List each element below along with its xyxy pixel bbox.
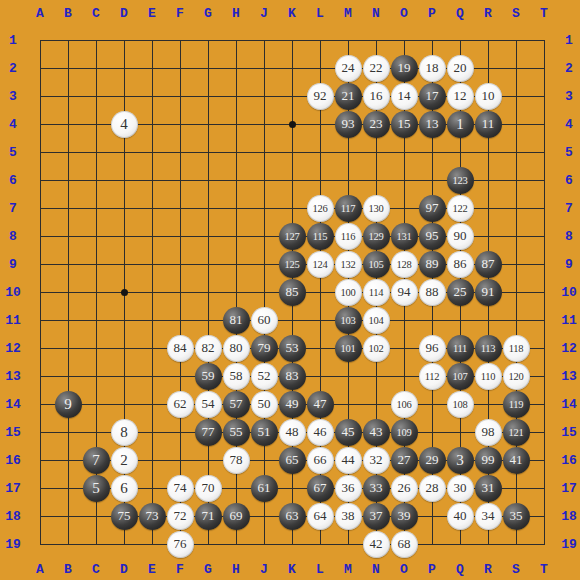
intersection-L8[interactable]: 115 xyxy=(306,222,334,250)
intersection-H8[interactable] xyxy=(222,222,250,250)
intersection-C18[interactable] xyxy=(82,502,110,530)
white-stone-J11[interactable]: 60 xyxy=(251,307,278,334)
intersection-P1[interactable] xyxy=(418,26,446,54)
intersection-G18[interactable]: 71 xyxy=(194,502,222,530)
intersection-E3[interactable] xyxy=(138,82,166,110)
intersection-H6[interactable] xyxy=(222,166,250,194)
black-stone-P7[interactable]: 97 xyxy=(419,195,446,222)
white-stone-O10[interactable]: 94 xyxy=(391,279,418,306)
intersection-L14[interactable]: 47 xyxy=(306,390,334,418)
intersection-H11[interactable]: 81 xyxy=(222,306,250,334)
black-stone-K18[interactable]: 63 xyxy=(279,503,306,530)
white-stone-M10[interactable]: 100 xyxy=(335,279,362,306)
go-board[interactable]: 2422191820922116141712104932315131111231… xyxy=(26,26,558,558)
intersection-E17[interactable] xyxy=(138,474,166,502)
intersection-O13[interactable] xyxy=(390,362,418,390)
intersection-Q11[interactable] xyxy=(446,306,474,334)
intersection-S19[interactable] xyxy=(502,530,530,558)
intersection-F6[interactable] xyxy=(166,166,194,194)
black-stone-N18[interactable]: 37 xyxy=(363,503,390,530)
intersection-A16[interactable] xyxy=(26,446,54,474)
intersection-N1[interactable] xyxy=(362,26,390,54)
intersection-B14[interactable]: 9 xyxy=(54,390,82,418)
intersection-K6[interactable] xyxy=(278,166,306,194)
intersection-L11[interactable] xyxy=(306,306,334,334)
black-stone-K9[interactable]: 125 xyxy=(279,251,306,278)
intersection-P14[interactable] xyxy=(418,390,446,418)
black-stone-N17[interactable]: 33 xyxy=(363,475,390,502)
intersection-A2[interactable] xyxy=(26,54,54,82)
white-stone-N7[interactable]: 130 xyxy=(363,195,390,222)
intersection-D14[interactable] xyxy=(110,390,138,418)
black-stone-G15[interactable]: 77 xyxy=(195,419,222,446)
intersection-O4[interactable]: 15 xyxy=(390,110,418,138)
black-stone-H14[interactable]: 57 xyxy=(223,391,250,418)
intersection-R17[interactable]: 31 xyxy=(474,474,502,502)
intersection-A19[interactable] xyxy=(26,530,54,558)
intersection-Q4[interactable]: 1 xyxy=(446,110,474,138)
intersection-K16[interactable]: 65 xyxy=(278,446,306,474)
intersection-C6[interactable] xyxy=(82,166,110,194)
intersection-T14[interactable] xyxy=(530,390,558,418)
intersection-C2[interactable] xyxy=(82,54,110,82)
intersection-N13[interactable] xyxy=(362,362,390,390)
intersection-P10[interactable]: 88 xyxy=(418,278,446,306)
white-stone-O17[interactable]: 26 xyxy=(391,475,418,502)
intersection-E10[interactable] xyxy=(138,278,166,306)
white-stone-R15[interactable]: 98 xyxy=(475,419,502,446)
black-stone-L8[interactable]: 115 xyxy=(307,223,334,250)
black-stone-N4[interactable]: 23 xyxy=(363,111,390,138)
intersection-K1[interactable] xyxy=(278,26,306,54)
black-stone-Q4[interactable]: 1 xyxy=(447,111,474,138)
black-stone-H18[interactable]: 69 xyxy=(223,503,250,530)
intersection-O7[interactable] xyxy=(390,194,418,222)
white-stone-L16[interactable]: 66 xyxy=(307,447,334,474)
intersection-S3[interactable] xyxy=(502,82,530,110)
white-stone-L9[interactable]: 124 xyxy=(307,251,334,278)
white-stone-F18[interactable]: 72 xyxy=(167,503,194,530)
intersection-A17[interactable] xyxy=(26,474,54,502)
white-stone-J13[interactable]: 52 xyxy=(251,363,278,390)
intersection-R18[interactable]: 34 xyxy=(474,502,502,530)
intersection-R13[interactable]: 110 xyxy=(474,362,502,390)
intersection-F1[interactable] xyxy=(166,26,194,54)
intersection-D19[interactable] xyxy=(110,530,138,558)
black-stone-J15[interactable]: 51 xyxy=(251,419,278,446)
intersection-M16[interactable]: 44 xyxy=(334,446,362,474)
black-stone-N8[interactable]: 129 xyxy=(363,223,390,250)
intersection-S8[interactable] xyxy=(502,222,530,250)
white-stone-L18[interactable]: 64 xyxy=(307,503,334,530)
intersection-M17[interactable]: 36 xyxy=(334,474,362,502)
intersection-N15[interactable]: 43 xyxy=(362,418,390,446)
intersection-N12[interactable]: 102 xyxy=(362,334,390,362)
intersection-Q6[interactable]: 123 xyxy=(446,166,474,194)
black-stone-R9[interactable]: 87 xyxy=(475,251,502,278)
intersection-D10[interactable] xyxy=(110,278,138,306)
intersection-T11[interactable] xyxy=(530,306,558,334)
white-stone-N11[interactable]: 104 xyxy=(363,307,390,334)
black-stone-H15[interactable]: 55 xyxy=(223,419,250,446)
white-stone-P17[interactable]: 28 xyxy=(419,475,446,502)
intersection-K19[interactable] xyxy=(278,530,306,558)
white-stone-H13[interactable]: 58 xyxy=(223,363,250,390)
intersection-B8[interactable] xyxy=(54,222,82,250)
intersection-A4[interactable] xyxy=(26,110,54,138)
intersection-F4[interactable] xyxy=(166,110,194,138)
intersection-O14[interactable]: 106 xyxy=(390,390,418,418)
intersection-Q12[interactable]: 111 xyxy=(446,334,474,362)
intersection-P3[interactable]: 17 xyxy=(418,82,446,110)
black-stone-O2[interactable]: 19 xyxy=(391,55,418,82)
white-stone-R3[interactable]: 10 xyxy=(475,83,502,110)
intersection-Q16[interactable]: 3 xyxy=(446,446,474,474)
intersection-F12[interactable]: 84 xyxy=(166,334,194,362)
intersection-O2[interactable]: 19 xyxy=(390,54,418,82)
black-stone-S16[interactable]: 41 xyxy=(503,447,530,474)
intersection-D2[interactable] xyxy=(110,54,138,82)
white-stone-N10[interactable]: 114 xyxy=(363,279,390,306)
black-stone-K8[interactable]: 127 xyxy=(279,223,306,250)
intersection-G2[interactable] xyxy=(194,54,222,82)
intersection-A11[interactable] xyxy=(26,306,54,334)
intersection-B18[interactable] xyxy=(54,502,82,530)
intersection-B7[interactable] xyxy=(54,194,82,222)
intersection-Q17[interactable]: 30 xyxy=(446,474,474,502)
black-stone-M15[interactable]: 45 xyxy=(335,419,362,446)
intersection-R3[interactable]: 10 xyxy=(474,82,502,110)
white-stone-M17[interactable]: 36 xyxy=(335,475,362,502)
black-stone-C17[interactable]: 5 xyxy=(83,475,110,502)
intersection-E4[interactable] xyxy=(138,110,166,138)
intersection-S13[interactable]: 120 xyxy=(502,362,530,390)
intersection-P13[interactable]: 112 xyxy=(418,362,446,390)
intersection-Q7[interactable]: 122 xyxy=(446,194,474,222)
intersection-L18[interactable]: 64 xyxy=(306,502,334,530)
white-stone-L15[interactable]: 46 xyxy=(307,419,334,446)
intersection-T18[interactable] xyxy=(530,502,558,530)
intersection-J8[interactable] xyxy=(250,222,278,250)
black-stone-Q12[interactable]: 111 xyxy=(447,335,474,362)
intersection-M13[interactable] xyxy=(334,362,362,390)
intersection-A5[interactable] xyxy=(26,138,54,166)
intersection-C19[interactable] xyxy=(82,530,110,558)
intersection-E13[interactable] xyxy=(138,362,166,390)
intersection-T15[interactable] xyxy=(530,418,558,446)
intersection-N2[interactable]: 22 xyxy=(362,54,390,82)
intersection-Q3[interactable]: 12 xyxy=(446,82,474,110)
white-stone-P13[interactable]: 112 xyxy=(419,363,446,390)
white-stone-P12[interactable]: 96 xyxy=(419,335,446,362)
black-stone-J12[interactable]: 79 xyxy=(251,335,278,362)
intersection-T8[interactable] xyxy=(530,222,558,250)
intersection-M5[interactable] xyxy=(334,138,362,166)
intersection-B11[interactable] xyxy=(54,306,82,334)
white-stone-N3[interactable]: 16 xyxy=(363,83,390,110)
intersection-J13[interactable]: 52 xyxy=(250,362,278,390)
intersection-Q8[interactable]: 90 xyxy=(446,222,474,250)
intersection-A13[interactable] xyxy=(26,362,54,390)
white-stone-P10[interactable]: 88 xyxy=(419,279,446,306)
white-stone-J14[interactable]: 50 xyxy=(251,391,278,418)
intersection-R11[interactable] xyxy=(474,306,502,334)
intersection-N8[interactable]: 129 xyxy=(362,222,390,250)
white-stone-N19[interactable]: 42 xyxy=(363,531,390,558)
intersection-A3[interactable] xyxy=(26,82,54,110)
black-stone-R4[interactable]: 11 xyxy=(475,111,502,138)
intersection-R15[interactable]: 98 xyxy=(474,418,502,446)
intersection-Q13[interactable]: 107 xyxy=(446,362,474,390)
intersection-C16[interactable]: 7 xyxy=(82,446,110,474)
intersection-B1[interactable] xyxy=(54,26,82,54)
white-stone-Q8[interactable]: 90 xyxy=(447,223,474,250)
intersection-D3[interactable] xyxy=(110,82,138,110)
white-stone-Q14[interactable]: 108 xyxy=(447,391,474,418)
intersection-D11[interactable] xyxy=(110,306,138,334)
intersection-T9[interactable] xyxy=(530,250,558,278)
white-stone-L3[interactable]: 92 xyxy=(307,83,334,110)
black-stone-L14[interactable]: 47 xyxy=(307,391,334,418)
intersection-M19[interactable] xyxy=(334,530,362,558)
intersection-T13[interactable] xyxy=(530,362,558,390)
intersection-L6[interactable] xyxy=(306,166,334,194)
intersection-O12[interactable] xyxy=(390,334,418,362)
white-stone-D16[interactable]: 2 xyxy=(111,447,138,474)
intersection-J19[interactable] xyxy=(250,530,278,558)
intersection-F14[interactable]: 62 xyxy=(166,390,194,418)
intersection-G9[interactable] xyxy=(194,250,222,278)
intersection-O9[interactable]: 128 xyxy=(390,250,418,278)
white-stone-F12[interactable]: 84 xyxy=(167,335,194,362)
intersection-H2[interactable] xyxy=(222,54,250,82)
black-stone-G18[interactable]: 71 xyxy=(195,503,222,530)
intersection-N3[interactable]: 16 xyxy=(362,82,390,110)
intersection-C14[interactable] xyxy=(82,390,110,418)
intersection-N11[interactable]: 104 xyxy=(362,306,390,334)
black-stone-Q6[interactable]: 123 xyxy=(447,167,474,194)
intersection-Q2[interactable]: 20 xyxy=(446,54,474,82)
black-stone-S18[interactable]: 35 xyxy=(503,503,530,530)
intersection-A7[interactable] xyxy=(26,194,54,222)
intersection-O10[interactable]: 94 xyxy=(390,278,418,306)
intersection-C12[interactable] xyxy=(82,334,110,362)
intersection-F2[interactable] xyxy=(166,54,194,82)
intersection-M1[interactable] xyxy=(334,26,362,54)
intersection-B5[interactable] xyxy=(54,138,82,166)
intersection-L1[interactable] xyxy=(306,26,334,54)
intersection-J4[interactable] xyxy=(250,110,278,138)
intersection-C11[interactable] xyxy=(82,306,110,334)
intersection-F13[interactable] xyxy=(166,362,194,390)
white-stone-L7[interactable]: 126 xyxy=(307,195,334,222)
black-stone-N9[interactable]: 105 xyxy=(363,251,390,278)
intersection-T3[interactable] xyxy=(530,82,558,110)
intersection-O19[interactable]: 68 xyxy=(390,530,418,558)
intersection-C10[interactable] xyxy=(82,278,110,306)
intersection-G15[interactable]: 77 xyxy=(194,418,222,446)
intersection-D9[interactable] xyxy=(110,250,138,278)
intersection-T1[interactable] xyxy=(530,26,558,54)
intersection-P17[interactable]: 28 xyxy=(418,474,446,502)
intersection-S12[interactable]: 118 xyxy=(502,334,530,362)
intersection-O15[interactable]: 109 xyxy=(390,418,418,446)
intersection-P7[interactable]: 97 xyxy=(418,194,446,222)
intersection-S14[interactable]: 119 xyxy=(502,390,530,418)
intersection-O8[interactable]: 131 xyxy=(390,222,418,250)
intersection-R9[interactable]: 87 xyxy=(474,250,502,278)
white-stone-R13[interactable]: 110 xyxy=(475,363,502,390)
intersection-M14[interactable] xyxy=(334,390,362,418)
intersection-A1[interactable] xyxy=(26,26,54,54)
intersection-C5[interactable] xyxy=(82,138,110,166)
black-stone-L17[interactable]: 67 xyxy=(307,475,334,502)
intersection-R8[interactable] xyxy=(474,222,502,250)
intersection-E1[interactable] xyxy=(138,26,166,54)
intersection-H4[interactable] xyxy=(222,110,250,138)
intersection-A6[interactable] xyxy=(26,166,54,194)
intersection-R14[interactable] xyxy=(474,390,502,418)
intersection-N18[interactable]: 37 xyxy=(362,502,390,530)
intersection-K15[interactable]: 48 xyxy=(278,418,306,446)
intersection-D16[interactable]: 2 xyxy=(110,446,138,474)
intersection-D18[interactable]: 75 xyxy=(110,502,138,530)
intersection-F3[interactable] xyxy=(166,82,194,110)
black-stone-M4[interactable]: 93 xyxy=(335,111,362,138)
intersection-L2[interactable] xyxy=(306,54,334,82)
intersection-S15[interactable]: 121 xyxy=(502,418,530,446)
intersection-J12[interactable]: 79 xyxy=(250,334,278,362)
intersection-A18[interactable] xyxy=(26,502,54,530)
intersection-T17[interactable] xyxy=(530,474,558,502)
intersection-K7[interactable] xyxy=(278,194,306,222)
intersection-R6[interactable] xyxy=(474,166,502,194)
intersection-H7[interactable] xyxy=(222,194,250,222)
intersection-R10[interactable]: 91 xyxy=(474,278,502,306)
intersection-E16[interactable] xyxy=(138,446,166,474)
white-stone-F17[interactable]: 74 xyxy=(167,475,194,502)
black-stone-N15[interactable]: 43 xyxy=(363,419,390,446)
intersection-J17[interactable]: 61 xyxy=(250,474,278,502)
intersection-J11[interactable]: 60 xyxy=(250,306,278,334)
intersection-P9[interactable]: 89 xyxy=(418,250,446,278)
white-stone-R18[interactable]: 34 xyxy=(475,503,502,530)
intersection-C7[interactable] xyxy=(82,194,110,222)
black-stone-P4[interactable]: 13 xyxy=(419,111,446,138)
intersection-N10[interactable]: 114 xyxy=(362,278,390,306)
intersection-D1[interactable] xyxy=(110,26,138,54)
black-stone-M3[interactable]: 21 xyxy=(335,83,362,110)
intersection-R4[interactable]: 11 xyxy=(474,110,502,138)
intersection-K8[interactable]: 127 xyxy=(278,222,306,250)
intersection-S6[interactable] xyxy=(502,166,530,194)
intersection-Q15[interactable] xyxy=(446,418,474,446)
black-stone-K10[interactable]: 85 xyxy=(279,279,306,306)
intersection-O6[interactable] xyxy=(390,166,418,194)
intersection-K11[interactable] xyxy=(278,306,306,334)
intersection-H13[interactable]: 58 xyxy=(222,362,250,390)
intersection-L3[interactable]: 92 xyxy=(306,82,334,110)
white-stone-O9[interactable]: 128 xyxy=(391,251,418,278)
intersection-F7[interactable] xyxy=(166,194,194,222)
intersection-H10[interactable] xyxy=(222,278,250,306)
intersection-S18[interactable]: 35 xyxy=(502,502,530,530)
intersection-F8[interactable] xyxy=(166,222,194,250)
intersection-N14[interactable] xyxy=(362,390,390,418)
white-stone-N2[interactable]: 22 xyxy=(363,55,390,82)
intersection-M15[interactable]: 45 xyxy=(334,418,362,446)
intersection-G17[interactable]: 70 xyxy=(194,474,222,502)
intersection-N7[interactable]: 130 xyxy=(362,194,390,222)
black-stone-O8[interactable]: 131 xyxy=(391,223,418,250)
intersection-C1[interactable] xyxy=(82,26,110,54)
intersection-M11[interactable]: 103 xyxy=(334,306,362,334)
white-stone-Q7[interactable]: 122 xyxy=(447,195,474,222)
intersection-O5[interactable] xyxy=(390,138,418,166)
intersection-P11[interactable] xyxy=(418,306,446,334)
white-stone-M9[interactable]: 132 xyxy=(335,251,362,278)
intersection-T6[interactable] xyxy=(530,166,558,194)
black-stone-O18[interactable]: 39 xyxy=(391,503,418,530)
intersection-E8[interactable] xyxy=(138,222,166,250)
black-stone-Q16[interactable]: 3 xyxy=(447,447,474,474)
intersection-F16[interactable] xyxy=(166,446,194,474)
black-stone-P9[interactable]: 89 xyxy=(419,251,446,278)
intersection-F19[interactable]: 76 xyxy=(166,530,194,558)
intersection-L13[interactable] xyxy=(306,362,334,390)
intersection-H1[interactable] xyxy=(222,26,250,54)
intersection-G1[interactable] xyxy=(194,26,222,54)
white-stone-D15[interactable]: 8 xyxy=(111,419,138,446)
intersection-G6[interactable] xyxy=(194,166,222,194)
intersection-B19[interactable] xyxy=(54,530,82,558)
intersection-F15[interactable] xyxy=(166,418,194,446)
intersection-D15[interactable]: 8 xyxy=(110,418,138,446)
intersection-L19[interactable] xyxy=(306,530,334,558)
intersection-D12[interactable] xyxy=(110,334,138,362)
intersection-L17[interactable]: 67 xyxy=(306,474,334,502)
intersection-D8[interactable] xyxy=(110,222,138,250)
white-stone-O19[interactable]: 68 xyxy=(391,531,418,558)
intersection-K18[interactable]: 63 xyxy=(278,502,306,530)
black-stone-P3[interactable]: 17 xyxy=(419,83,446,110)
intersection-T16[interactable] xyxy=(530,446,558,474)
intersection-M3[interactable]: 21 xyxy=(334,82,362,110)
intersection-A10[interactable] xyxy=(26,278,54,306)
intersection-T10[interactable] xyxy=(530,278,558,306)
black-stone-G13[interactable]: 59 xyxy=(195,363,222,390)
intersection-J10[interactable] xyxy=(250,278,278,306)
intersection-N19[interactable]: 42 xyxy=(362,530,390,558)
intersection-J15[interactable]: 51 xyxy=(250,418,278,446)
white-stone-N12[interactable]: 102 xyxy=(363,335,390,362)
intersection-Q14[interactable]: 108 xyxy=(446,390,474,418)
intersection-S4[interactable] xyxy=(502,110,530,138)
white-stone-D17[interactable]: 6 xyxy=(111,475,138,502)
intersection-L16[interactable]: 66 xyxy=(306,446,334,474)
black-stone-M7[interactable]: 117 xyxy=(335,195,362,222)
intersection-P19[interactable] xyxy=(418,530,446,558)
intersection-L9[interactable]: 124 xyxy=(306,250,334,278)
intersection-C8[interactable] xyxy=(82,222,110,250)
intersection-B2[interactable] xyxy=(54,54,82,82)
intersection-F18[interactable]: 72 xyxy=(166,502,194,530)
intersection-J2[interactable] xyxy=(250,54,278,82)
intersection-K9[interactable]: 125 xyxy=(278,250,306,278)
intersection-B17[interactable] xyxy=(54,474,82,502)
intersection-D6[interactable] xyxy=(110,166,138,194)
white-stone-O3[interactable]: 14 xyxy=(391,83,418,110)
